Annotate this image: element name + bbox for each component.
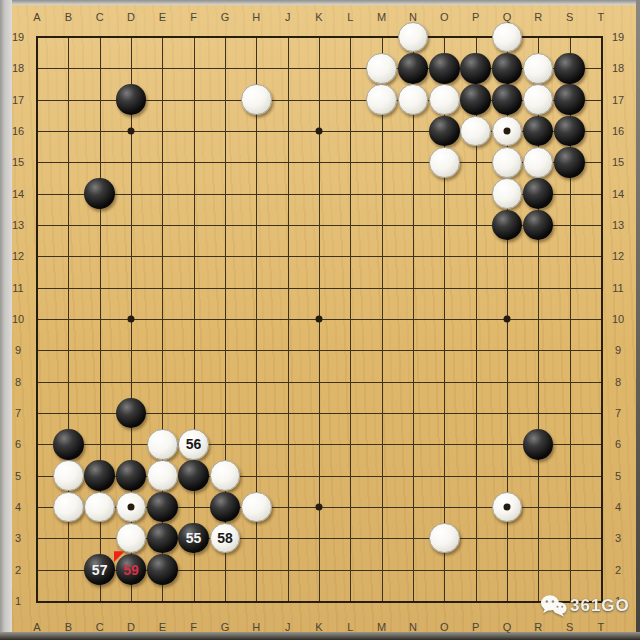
board-cell[interactable] (335, 241, 366, 272)
board-cell[interactable] (115, 429, 146, 460)
board-cell[interactable] (84, 53, 115, 84)
board-cell[interactable] (147, 241, 178, 272)
board-cell[interactable] (84, 585, 115, 616)
board-cell[interactable] (460, 147, 491, 178)
board-cell[interactable] (53, 53, 84, 84)
board-cell[interactable] (335, 115, 366, 146)
board-cell[interactable] (241, 366, 272, 397)
board-cell[interactable] (585, 554, 616, 585)
board-cell[interactable] (115, 178, 146, 209)
board-cell[interactable] (241, 335, 272, 366)
board-cell[interactable] (178, 53, 209, 84)
board-cell[interactable] (84, 21, 115, 52)
board-cell[interactable] (272, 272, 303, 303)
board-cell[interactable] (115, 523, 146, 554)
board-cell[interactable] (84, 366, 115, 397)
board-cell[interactable] (397, 272, 428, 303)
board-cell[interactable] (366, 335, 397, 366)
board-cell[interactable] (53, 397, 84, 428)
board-cell[interactable] (554, 53, 585, 84)
board-cell[interactable] (303, 178, 334, 209)
board-cell[interactable] (429, 21, 460, 52)
board-cell[interactable] (115, 209, 146, 240)
board-cell[interactable] (115, 366, 146, 397)
board-cell[interactable] (303, 53, 334, 84)
board-cell[interactable] (21, 335, 52, 366)
board-cell[interactable] (84, 460, 115, 491)
board-cell[interactable] (53, 429, 84, 460)
board-cell[interactable] (84, 84, 115, 115)
board-cell[interactable] (491, 585, 522, 616)
board-cell[interactable]: 55 (178, 523, 209, 554)
board-cell[interactable] (554, 335, 585, 366)
board-cell[interactable] (209, 460, 240, 491)
board-cell[interactable] (429, 429, 460, 460)
board-cell[interactable] (84, 147, 115, 178)
board-cell[interactable] (178, 115, 209, 146)
board-cell[interactable]: 56 (178, 429, 209, 460)
board-cell[interactable] (272, 115, 303, 146)
board-cell[interactable] (491, 272, 522, 303)
board-cell[interactable] (429, 84, 460, 115)
board-cell[interactable] (147, 554, 178, 585)
board-cell[interactable] (335, 491, 366, 522)
board-cell[interactable] (554, 178, 585, 209)
board-cell[interactable] (178, 21, 209, 52)
board-cell[interactable] (585, 523, 616, 554)
board-cell[interactable] (303, 272, 334, 303)
board-cell[interactable] (429, 209, 460, 240)
board-cell[interactable] (178, 366, 209, 397)
board-cell[interactable] (209, 272, 240, 303)
board-cell[interactable] (460, 335, 491, 366)
board-cell[interactable]: 58 (209, 523, 240, 554)
board-cell[interactable] (397, 115, 428, 146)
board-cell[interactable] (335, 209, 366, 240)
board-cell[interactable] (241, 523, 272, 554)
board-cell[interactable] (523, 178, 554, 209)
board-cell[interactable]: 57 (84, 554, 115, 585)
board-cell[interactable] (491, 523, 522, 554)
board-cell[interactable] (241, 554, 272, 585)
board-cell[interactable] (335, 147, 366, 178)
board-cell[interactable] (53, 84, 84, 115)
board-cell[interactable] (429, 303, 460, 334)
board-cell[interactable] (115, 335, 146, 366)
board-cell[interactable] (554, 460, 585, 491)
board-cell[interactable] (397, 178, 428, 209)
board-cell[interactable] (241, 241, 272, 272)
board-cell[interactable] (491, 335, 522, 366)
board-cell[interactable] (335, 366, 366, 397)
board-cell[interactable] (429, 241, 460, 272)
board-cell[interactable] (178, 554, 209, 585)
board-cell[interactable] (84, 523, 115, 554)
board-cell[interactable] (272, 585, 303, 616)
board-cell[interactable] (366, 115, 397, 146)
board-cell[interactable] (272, 303, 303, 334)
board-cell[interactable] (335, 53, 366, 84)
board-cell[interactable] (335, 554, 366, 585)
board-cell[interactable] (429, 53, 460, 84)
board-cell[interactable] (335, 84, 366, 115)
board-cell[interactable] (21, 115, 52, 146)
board-cell[interactable] (397, 84, 428, 115)
board-cell[interactable] (554, 303, 585, 334)
board-cell[interactable] (53, 178, 84, 209)
board-cell[interactable] (147, 84, 178, 115)
board-cell[interactable] (335, 303, 366, 334)
board-cell[interactable] (303, 209, 334, 240)
board-cell[interactable] (397, 53, 428, 84)
board-cell[interactable] (366, 460, 397, 491)
board-cell[interactable] (21, 523, 52, 554)
board-cell[interactable] (84, 178, 115, 209)
board-cell[interactable] (147, 523, 178, 554)
board-cell[interactable] (53, 115, 84, 146)
board-cell[interactable] (491, 21, 522, 52)
board-cell[interactable] (397, 335, 428, 366)
board-cell[interactable] (21, 272, 52, 303)
board-cell[interactable] (429, 115, 460, 146)
board-cell[interactable] (303, 397, 334, 428)
board-cell[interactable] (84, 303, 115, 334)
board-cell[interactable] (209, 209, 240, 240)
board-cell[interactable] (397, 209, 428, 240)
board-cell[interactable] (303, 585, 334, 616)
board-cell[interactable] (147, 429, 178, 460)
board-cell[interactable] (523, 115, 554, 146)
board-cell[interactable] (554, 429, 585, 460)
board-cell[interactable] (460, 460, 491, 491)
board-cell[interactable] (554, 84, 585, 115)
board-cell[interactable] (147, 335, 178, 366)
board-cell[interactable] (21, 366, 52, 397)
board-cell[interactable] (429, 491, 460, 522)
board-cell[interactable] (84, 397, 115, 428)
board-cell[interactable] (272, 178, 303, 209)
board-cell[interactable] (335, 429, 366, 460)
board-cell[interactable] (241, 84, 272, 115)
board-cell[interactable] (335, 523, 366, 554)
board-cell[interactable] (554, 241, 585, 272)
board-cell[interactable] (53, 335, 84, 366)
board-cell[interactable] (491, 84, 522, 115)
board-cell[interactable] (53, 147, 84, 178)
board-cell[interactable] (460, 21, 491, 52)
board-cell[interactable] (147, 53, 178, 84)
board-cell[interactable] (366, 303, 397, 334)
board-cell[interactable] (84, 335, 115, 366)
board-cell[interactable] (21, 147, 52, 178)
board-cell[interactable] (209, 303, 240, 334)
board-cell[interactable] (241, 209, 272, 240)
board-cell[interactable] (272, 209, 303, 240)
board-cell[interactable] (272, 241, 303, 272)
board-cell[interactable] (397, 147, 428, 178)
board-cell[interactable] (429, 523, 460, 554)
board-cell[interactable] (178, 460, 209, 491)
board-cell[interactable] (460, 585, 491, 616)
board-cell[interactable] (523, 84, 554, 115)
board-cell[interactable] (209, 21, 240, 52)
board-cell[interactable] (397, 491, 428, 522)
board-cell[interactable] (366, 21, 397, 52)
board-cell[interactable] (21, 241, 52, 272)
board-cell[interactable] (209, 84, 240, 115)
board-cell[interactable] (429, 178, 460, 209)
board-cell[interactable] (178, 272, 209, 303)
board-cell[interactable] (21, 397, 52, 428)
board-cell[interactable] (272, 53, 303, 84)
board-cell[interactable] (554, 523, 585, 554)
board-cell[interactable] (272, 429, 303, 460)
board-cell[interactable] (147, 209, 178, 240)
board-cell[interactable] (241, 178, 272, 209)
board-cell[interactable] (366, 366, 397, 397)
board-cell[interactable] (335, 178, 366, 209)
board-cell[interactable] (53, 554, 84, 585)
board-cell[interactable] (460, 491, 491, 522)
board-cell[interactable] (366, 491, 397, 522)
board-cell[interactable] (303, 460, 334, 491)
board-cell[interactable] (397, 460, 428, 491)
board-cell[interactable] (53, 491, 84, 522)
board-cell[interactable] (303, 21, 334, 52)
board-cell[interactable] (366, 523, 397, 554)
board-cell[interactable] (303, 84, 334, 115)
board-cell[interactable] (523, 272, 554, 303)
board-cell[interactable] (491, 147, 522, 178)
board-cell[interactable] (366, 585, 397, 616)
board-cell[interactable] (523, 366, 554, 397)
board-cell[interactable] (147, 303, 178, 334)
board-cell[interactable] (554, 272, 585, 303)
board-cell[interactable] (303, 147, 334, 178)
board-cell[interactable] (366, 554, 397, 585)
board-cell[interactable] (523, 21, 554, 52)
board-cell[interactable] (460, 554, 491, 585)
board-cell[interactable] (115, 272, 146, 303)
board-cell[interactable] (241, 272, 272, 303)
board-cell[interactable] (523, 554, 554, 585)
board-cell[interactable] (241, 397, 272, 428)
board-cell[interactable] (554, 554, 585, 585)
board-cell[interactable] (585, 397, 616, 428)
board-cell[interactable] (209, 585, 240, 616)
board-cell[interactable] (366, 53, 397, 84)
board-cell[interactable] (303, 366, 334, 397)
board-cell[interactable] (523, 241, 554, 272)
board-cell[interactable] (209, 554, 240, 585)
board-cell[interactable] (21, 554, 52, 585)
board-cell[interactable] (460, 303, 491, 334)
board-cell[interactable] (554, 366, 585, 397)
board-cell[interactable]: 59 (115, 554, 146, 585)
board-cell[interactable] (178, 84, 209, 115)
board-cell[interactable] (147, 491, 178, 522)
board-cell[interactable] (272, 554, 303, 585)
board-cell[interactable] (84, 491, 115, 522)
board-cell[interactable] (585, 366, 616, 397)
board-cell[interactable] (53, 21, 84, 52)
board-cell[interactable] (178, 147, 209, 178)
board-cell[interactable] (115, 147, 146, 178)
board-cell[interactable] (209, 335, 240, 366)
board-cell[interactable] (397, 303, 428, 334)
board-cell[interactable] (523, 491, 554, 522)
board-cell[interactable] (272, 397, 303, 428)
board-cell[interactable] (335, 460, 366, 491)
board-cell[interactable] (209, 178, 240, 209)
board-cell[interactable] (147, 115, 178, 146)
board-cell[interactable] (366, 178, 397, 209)
board-cell[interactable] (491, 241, 522, 272)
board-cell[interactable] (21, 84, 52, 115)
board-cell[interactable] (523, 209, 554, 240)
board-cell[interactable] (366, 397, 397, 428)
board-cell[interactable] (554, 209, 585, 240)
board-cell[interactable] (366, 209, 397, 240)
board-cell[interactable] (115, 397, 146, 428)
board-cell[interactable] (366, 241, 397, 272)
board-cell[interactable] (241, 303, 272, 334)
board-cell[interactable] (147, 460, 178, 491)
board-cell[interactable] (460, 366, 491, 397)
board-cell[interactable] (460, 178, 491, 209)
board-cell[interactable] (460, 115, 491, 146)
board-cell[interactable] (554, 491, 585, 522)
board-cell[interactable] (209, 366, 240, 397)
board-cell[interactable] (585, 335, 616, 366)
board-cell[interactable] (429, 147, 460, 178)
board-cell[interactable] (272, 147, 303, 178)
board-cell[interactable] (21, 585, 52, 616)
board-cell[interactable] (241, 115, 272, 146)
board-cell[interactable] (84, 115, 115, 146)
board-cell[interactable] (491, 554, 522, 585)
board-cell[interactable] (147, 272, 178, 303)
board-cell[interactable] (429, 272, 460, 303)
board-cell[interactable] (554, 115, 585, 146)
board-cell[interactable] (21, 21, 52, 52)
board-cell[interactable] (335, 585, 366, 616)
board-cell[interactable] (53, 585, 84, 616)
board-cell[interactable] (84, 429, 115, 460)
board-cell[interactable] (21, 53, 52, 84)
board-cell[interactable] (523, 53, 554, 84)
board-cell[interactable] (147, 21, 178, 52)
board-cell[interactable] (272, 460, 303, 491)
board-cell[interactable] (115, 53, 146, 84)
board-cell[interactable] (491, 429, 522, 460)
board-cell[interactable] (209, 429, 240, 460)
board-cell[interactable] (209, 115, 240, 146)
board-cell[interactable] (178, 335, 209, 366)
board-cell[interactable] (335, 21, 366, 52)
board-cell[interactable] (209, 397, 240, 428)
board-cell[interactable] (491, 397, 522, 428)
board-cell[interactable] (209, 241, 240, 272)
board-cell[interactable] (178, 491, 209, 522)
board-cell[interactable] (335, 335, 366, 366)
board-cell[interactable] (460, 523, 491, 554)
board-cell[interactable] (303, 554, 334, 585)
board-cell[interactable] (147, 147, 178, 178)
board-cell[interactable] (241, 460, 272, 491)
board-cell[interactable] (460, 53, 491, 84)
board-cell[interactable] (429, 366, 460, 397)
board-cell[interactable] (115, 84, 146, 115)
board-cell[interactable] (491, 209, 522, 240)
board-cell[interactable] (209, 53, 240, 84)
board-cell[interactable] (303, 335, 334, 366)
board-cell[interactable] (147, 366, 178, 397)
board-cell[interactable] (491, 178, 522, 209)
board-cell[interactable] (21, 303, 52, 334)
board-cell[interactable] (585, 460, 616, 491)
board-cell[interactable] (53, 366, 84, 397)
board-cell[interactable] (585, 491, 616, 522)
board-cell[interactable] (53, 523, 84, 554)
board-cell[interactable] (366, 84, 397, 115)
board-cell[interactable] (241, 147, 272, 178)
board-cell[interactable] (335, 272, 366, 303)
board-cell[interactable] (178, 585, 209, 616)
board-cell[interactable] (429, 585, 460, 616)
board-cell[interactable] (272, 21, 303, 52)
board-cell[interactable] (523, 429, 554, 460)
board-cell[interactable] (21, 178, 52, 209)
board-cell[interactable] (585, 429, 616, 460)
board-cell[interactable] (178, 241, 209, 272)
board-cell[interactable] (53, 460, 84, 491)
board-cell[interactable] (241, 53, 272, 84)
board-cell[interactable] (429, 397, 460, 428)
board-cell[interactable] (397, 366, 428, 397)
board-cell[interactable] (241, 21, 272, 52)
board-cell[interactable] (178, 178, 209, 209)
board-cell[interactable] (366, 147, 397, 178)
board-cell[interactable] (53, 272, 84, 303)
board-cell[interactable] (147, 397, 178, 428)
board-cell[interactable] (366, 272, 397, 303)
board-cell[interactable] (523, 523, 554, 554)
board-cell[interactable] (523, 460, 554, 491)
board-cell[interactable] (209, 491, 240, 522)
board-cell[interactable] (397, 241, 428, 272)
board-cell[interactable] (178, 303, 209, 334)
board-cell[interactable] (53, 241, 84, 272)
board-cell[interactable] (241, 429, 272, 460)
board-cell[interactable] (523, 303, 554, 334)
board-cell[interactable] (429, 460, 460, 491)
board-cell[interactable] (147, 178, 178, 209)
board-cell[interactable] (21, 460, 52, 491)
board-cell[interactable] (84, 241, 115, 272)
board-cell[interactable] (115, 585, 146, 616)
board-cell[interactable] (523, 335, 554, 366)
board-cell[interactable] (303, 241, 334, 272)
board-cell[interactable] (272, 84, 303, 115)
board-cell[interactable] (429, 554, 460, 585)
board-cell[interactable] (366, 429, 397, 460)
board-cell[interactable] (397, 585, 428, 616)
board-cell[interactable] (115, 21, 146, 52)
board-cell[interactable] (491, 366, 522, 397)
board-cell[interactable] (303, 429, 334, 460)
board-cell[interactable] (178, 209, 209, 240)
